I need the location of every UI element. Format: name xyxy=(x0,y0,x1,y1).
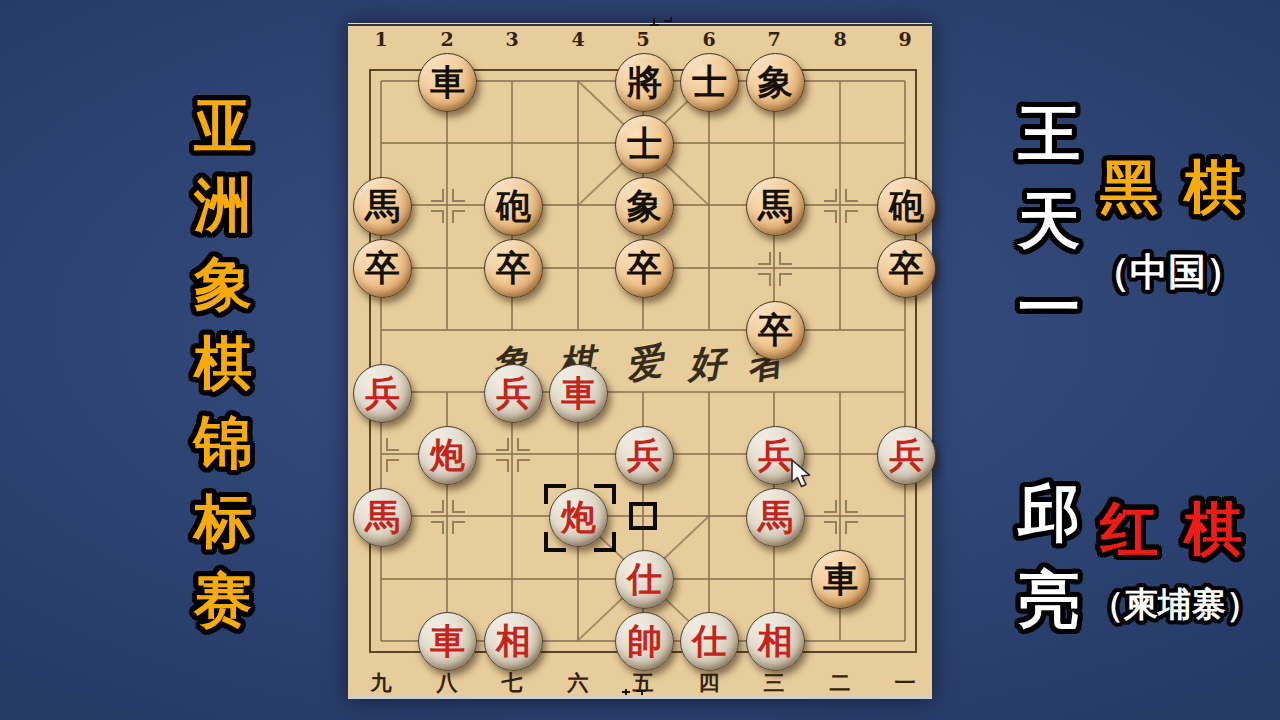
piece-red[interactable]: 仕 xyxy=(680,612,739,671)
vertical-text-char: 王 xyxy=(1012,102,1086,166)
point-marker xyxy=(496,438,509,451)
selection-bracket xyxy=(544,484,566,504)
vertical-text-char: 锦 xyxy=(184,410,262,473)
file-label-top: 5 xyxy=(626,28,660,50)
vertical-text-char: 亚 xyxy=(184,94,262,157)
vertical-text-char: 象 xyxy=(184,252,262,315)
piece-black[interactable]: 砲 xyxy=(484,177,543,236)
clipped-text-fragment xyxy=(625,689,627,695)
piece-red[interactable]: 車 xyxy=(418,612,477,671)
video-frame: 亚洲象棋锦标赛 123456789九八七六五四三二一象棋爱好者車將士象士馬砲象馬… xyxy=(0,0,1280,720)
point-marker xyxy=(496,459,509,472)
point-marker xyxy=(779,273,792,286)
file-label-top: 8 xyxy=(823,28,857,50)
clipped-text-fragment xyxy=(641,690,643,695)
piece-black[interactable]: 將 xyxy=(615,53,674,112)
vertical-text-char: 赛 xyxy=(184,568,262,631)
piece-red[interactable]: 兵 xyxy=(484,364,543,423)
point-marker xyxy=(517,459,530,472)
piece-black[interactable]: 砲 xyxy=(877,177,936,236)
piece-red[interactable]: 車 xyxy=(549,364,608,423)
file-label-bottom: 七 xyxy=(495,671,529,695)
selection-bracket xyxy=(594,484,616,504)
file-label-top: 2 xyxy=(430,28,464,50)
piece-red[interactable]: 馬 xyxy=(746,488,805,547)
file-label-top: 7 xyxy=(757,28,791,50)
point-marker xyxy=(824,521,837,534)
xiangqi-board[interactable]: 123456789九八七六五四三二一象棋爱好者車將士象士馬砲象馬砲卒卒卒卒卒車兵… xyxy=(348,23,932,699)
file-label-top: 4 xyxy=(561,28,595,50)
board-grid-line xyxy=(380,81,382,641)
file-label-top: 6 xyxy=(692,28,726,50)
piece-red[interactable]: 馬 xyxy=(353,488,412,547)
point-marker xyxy=(386,438,399,451)
file-label-bottom: 三 xyxy=(757,671,791,695)
point-marker xyxy=(845,500,858,513)
file-label-top: 1 xyxy=(364,28,398,50)
point-marker xyxy=(824,189,837,202)
vertical-text-char: 天 xyxy=(1012,189,1086,253)
piece-black[interactable]: 馬 xyxy=(353,177,412,236)
event-title-banner: 亚洲象棋锦标赛 xyxy=(184,94,262,647)
red-player-name: 邱亮 xyxy=(1012,481,1086,655)
point-marker xyxy=(431,500,444,513)
vertical-text-char: 洲 xyxy=(184,173,262,236)
point-marker xyxy=(431,210,444,223)
file-label-top: 3 xyxy=(495,28,529,50)
piece-red[interactable]: 兵 xyxy=(877,426,936,485)
point-marker xyxy=(824,210,837,223)
piece-red[interactable]: 兵 xyxy=(353,364,412,423)
point-marker xyxy=(431,189,444,202)
point-marker xyxy=(758,273,771,286)
file-label-bottom: 二 xyxy=(823,671,857,695)
vertical-text-char: 一 xyxy=(1012,276,1086,340)
river-text-char: 爱 xyxy=(622,336,666,391)
vertical-text-char: 邱 xyxy=(1012,481,1086,545)
piece-black[interactable]: 士 xyxy=(615,115,674,174)
board-grid-line xyxy=(511,392,513,641)
point-marker xyxy=(431,521,444,534)
point-marker xyxy=(845,189,858,202)
piece-black[interactable]: 車 xyxy=(418,53,477,112)
vertical-text-char: 棋 xyxy=(184,331,262,394)
piece-black[interactable]: 卒 xyxy=(746,301,805,360)
piece-black[interactable]: 馬 xyxy=(746,177,805,236)
clipped-text-fragment xyxy=(653,18,655,25)
black-player-name: 王天一 xyxy=(1012,102,1086,363)
point-marker xyxy=(452,210,465,223)
piece-black[interactable]: 卒 xyxy=(484,239,543,298)
mouse-cursor xyxy=(790,459,814,489)
vertical-text-char: 标 xyxy=(184,489,262,552)
river-text-char: 好 xyxy=(687,338,727,390)
clipped-text-fragment xyxy=(670,17,672,22)
point-marker xyxy=(452,189,465,202)
file-label-bottom: 八 xyxy=(430,671,464,695)
piece-black[interactable]: 士 xyxy=(680,53,739,112)
piece-black[interactable]: 卒 xyxy=(353,239,412,298)
point-marker xyxy=(779,252,792,265)
piece-red[interactable]: 仕 xyxy=(615,550,674,609)
piece-red[interactable]: 炮 xyxy=(418,426,477,485)
piece-black[interactable]: 象 xyxy=(615,177,674,236)
piece-black[interactable]: 車 xyxy=(811,550,870,609)
point-marker xyxy=(517,438,530,451)
file-label-top: 9 xyxy=(888,28,922,50)
move-origin-marker xyxy=(629,502,657,530)
piece-black[interactable]: 象 xyxy=(746,53,805,112)
point-marker xyxy=(824,500,837,513)
file-label-bottom: 六 xyxy=(561,671,595,695)
selection-bracket xyxy=(594,532,616,552)
file-label-bottom: 一 xyxy=(888,671,922,695)
piece-black[interactable]: 卒 xyxy=(877,239,936,298)
file-label-bottom: 九 xyxy=(364,671,398,695)
piece-red[interactable]: 相 xyxy=(746,612,805,671)
point-marker xyxy=(845,521,858,534)
point-marker xyxy=(452,521,465,534)
black-side-label: 黑棋 xyxy=(1100,149,1268,227)
point-marker xyxy=(845,210,858,223)
piece-red[interactable]: 帥 xyxy=(615,612,674,671)
board-grid-line xyxy=(446,81,448,330)
board-grid-line xyxy=(839,81,841,330)
black-player-country: （中国） xyxy=(1092,247,1244,298)
point-marker xyxy=(452,500,465,513)
red-player-country: （柬埔寨） xyxy=(1090,582,1260,628)
point-marker xyxy=(758,252,771,265)
piece-red[interactable]: 相 xyxy=(484,612,543,671)
point-marker xyxy=(386,459,399,472)
selection-bracket xyxy=(544,532,566,552)
vertical-text-char: 亮 xyxy=(1012,568,1086,632)
red-side-label: 红棋 xyxy=(1100,491,1268,569)
file-label-bottom: 四 xyxy=(692,671,726,695)
board-grid-line xyxy=(904,81,906,641)
piece-red[interactable]: 兵 xyxy=(615,426,674,485)
piece-black[interactable]: 卒 xyxy=(615,239,674,298)
